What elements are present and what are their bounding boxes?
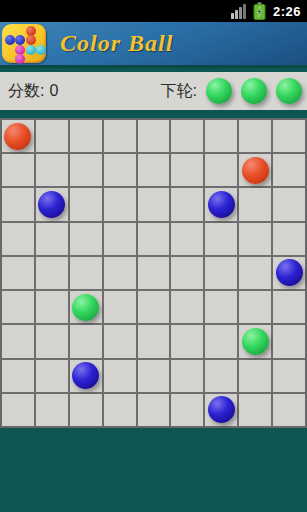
board-cell[interactable] [70, 154, 102, 186]
board-cell[interactable] [104, 257, 136, 289]
board-cell[interactable] [70, 394, 102, 426]
board-cell[interactable] [104, 188, 136, 220]
blue-ball[interactable] [276, 259, 303, 286]
board-cell[interactable] [171, 120, 203, 152]
board-cell[interactable] [70, 223, 102, 255]
board-cell[interactable] [36, 325, 68, 357]
board-cell[interactable] [138, 325, 170, 357]
board-cell[interactable] [273, 360, 305, 392]
board-cell[interactable] [36, 291, 68, 323]
board-cell[interactable] [36, 223, 68, 255]
board-cell[interactable] [104, 223, 136, 255]
board-cell[interactable] [205, 188, 237, 220]
board-cell[interactable] [70, 257, 102, 289]
blue-ball[interactable] [208, 396, 235, 423]
board-cell[interactable] [239, 360, 271, 392]
signal-bar [239, 7, 242, 19]
board-cell[interactable] [70, 120, 102, 152]
board-cell[interactable] [205, 325, 237, 357]
board-cell[interactable] [239, 394, 271, 426]
board-cell[interactable] [273, 188, 305, 220]
board-cell[interactable] [239, 154, 271, 186]
board-cell[interactable] [239, 223, 271, 255]
score-bar: 分数: 0 下轮: [0, 72, 307, 110]
board-cell[interactable] [205, 360, 237, 392]
signal-bar [243, 4, 246, 19]
clock-time: 2:26 [273, 4, 301, 19]
board-cell[interactable] [2, 223, 34, 255]
board-cell[interactable] [36, 360, 68, 392]
next-balls [206, 78, 302, 104]
board-cell[interactable] [36, 154, 68, 186]
board-cell[interactable] [104, 120, 136, 152]
app-icon-ball-cyan [36, 45, 46, 55]
board-cell[interactable] [36, 120, 68, 152]
board-cell[interactable] [36, 394, 68, 426]
board-cell[interactable] [171, 325, 203, 357]
board-cell[interactable] [273, 120, 305, 152]
signal-bar [235, 10, 238, 19]
board-cell[interactable] [2, 360, 34, 392]
board-cell[interactable] [239, 188, 271, 220]
board-cell[interactable] [273, 154, 305, 186]
board-cell[interactable] [239, 291, 271, 323]
signal-bar [231, 13, 234, 19]
board-cell[interactable] [138, 291, 170, 323]
board-cell[interactable] [273, 394, 305, 426]
board-cell[interactable] [2, 257, 34, 289]
board-cell[interactable] [138, 223, 170, 255]
app-icon [2, 24, 46, 63]
board-cell[interactable] [171, 257, 203, 289]
battery-charging-icon [253, 2, 266, 20]
game-board [0, 118, 307, 428]
app-icon-ball-red [26, 35, 36, 45]
board-cell[interactable] [2, 154, 34, 186]
board-cell[interactable] [205, 257, 237, 289]
status-bar: 2:26 [0, 0, 307, 22]
green-ball[interactable] [242, 328, 269, 355]
blue-ball[interactable] [38, 191, 65, 218]
board-cell[interactable] [104, 360, 136, 392]
board-cell[interactable] [273, 223, 305, 255]
board-cell[interactable] [273, 257, 305, 289]
score-label: 分数: [8, 81, 44, 102]
board-cell[interactable] [171, 360, 203, 392]
board-cell[interactable] [104, 394, 136, 426]
board-cell[interactable] [2, 291, 34, 323]
board-cell[interactable] [138, 120, 170, 152]
board-cell[interactable] [2, 188, 34, 220]
board-cell[interactable] [205, 223, 237, 255]
board-cell[interactable] [239, 325, 271, 357]
board-cell[interactable] [205, 120, 237, 152]
board-cell[interactable] [171, 394, 203, 426]
board-cell[interactable] [171, 223, 203, 255]
board-cell[interactable] [239, 120, 271, 152]
board-cell[interactable] [205, 291, 237, 323]
board-cell[interactable] [70, 188, 102, 220]
board-cell[interactable] [2, 325, 34, 357]
signal-strength-icon [231, 4, 246, 19]
score-value: 0 [49, 82, 58, 100]
board-cell[interactable] [138, 394, 170, 426]
board-cell[interactable] [273, 325, 305, 357]
title-bar: Color Ball [0, 22, 307, 68]
app-screen: { "game": "Color Lines (Color Ball / 五彩连… [0, 0, 307, 512]
board-cell[interactable] [171, 291, 203, 323]
board-cell[interactable] [171, 188, 203, 220]
board-cell[interactable] [2, 394, 34, 426]
app-icon-ball-magenta [15, 54, 25, 64]
green-ball[interactable] [72, 294, 99, 321]
board-cell[interactable] [104, 325, 136, 357]
board-cell[interactable] [70, 360, 102, 392]
board-cell[interactable] [239, 257, 271, 289]
board-cell[interactable] [70, 325, 102, 357]
board-cell[interactable] [138, 188, 170, 220]
next-ball-green [241, 78, 267, 104]
score-group: 分数: 0 [8, 81, 58, 102]
red-ball[interactable] [242, 157, 269, 184]
board-cell[interactable] [138, 360, 170, 392]
board-cell[interactable] [138, 154, 170, 186]
app-title: Color Ball [60, 30, 173, 57]
board-cell[interactable] [36, 188, 68, 220]
app-icon-ball-blue [15, 35, 25, 45]
board-cell[interactable] [70, 291, 102, 323]
next-ball-green [276, 78, 302, 104]
next-ball-green [206, 78, 232, 104]
board-cell[interactable] [104, 291, 136, 323]
background-area [0, 428, 307, 512]
board-cell[interactable] [2, 120, 34, 152]
app-icon-ball-cyan [26, 45, 36, 55]
board-cell[interactable] [171, 154, 203, 186]
next-group: 下轮: [161, 78, 302, 104]
red-ball[interactable] [4, 123, 31, 150]
blue-ball[interactable] [72, 362, 99, 389]
board-cell[interactable] [273, 291, 305, 323]
board-cell[interactable] [36, 257, 68, 289]
board-cell[interactable] [205, 154, 237, 186]
board-cell[interactable] [138, 257, 170, 289]
app-icon-ball-blue [5, 35, 15, 45]
next-label: 下轮: [161, 81, 197, 102]
blue-ball[interactable] [208, 191, 235, 218]
board-cell[interactable] [104, 154, 136, 186]
board-cell[interactable] [205, 394, 237, 426]
